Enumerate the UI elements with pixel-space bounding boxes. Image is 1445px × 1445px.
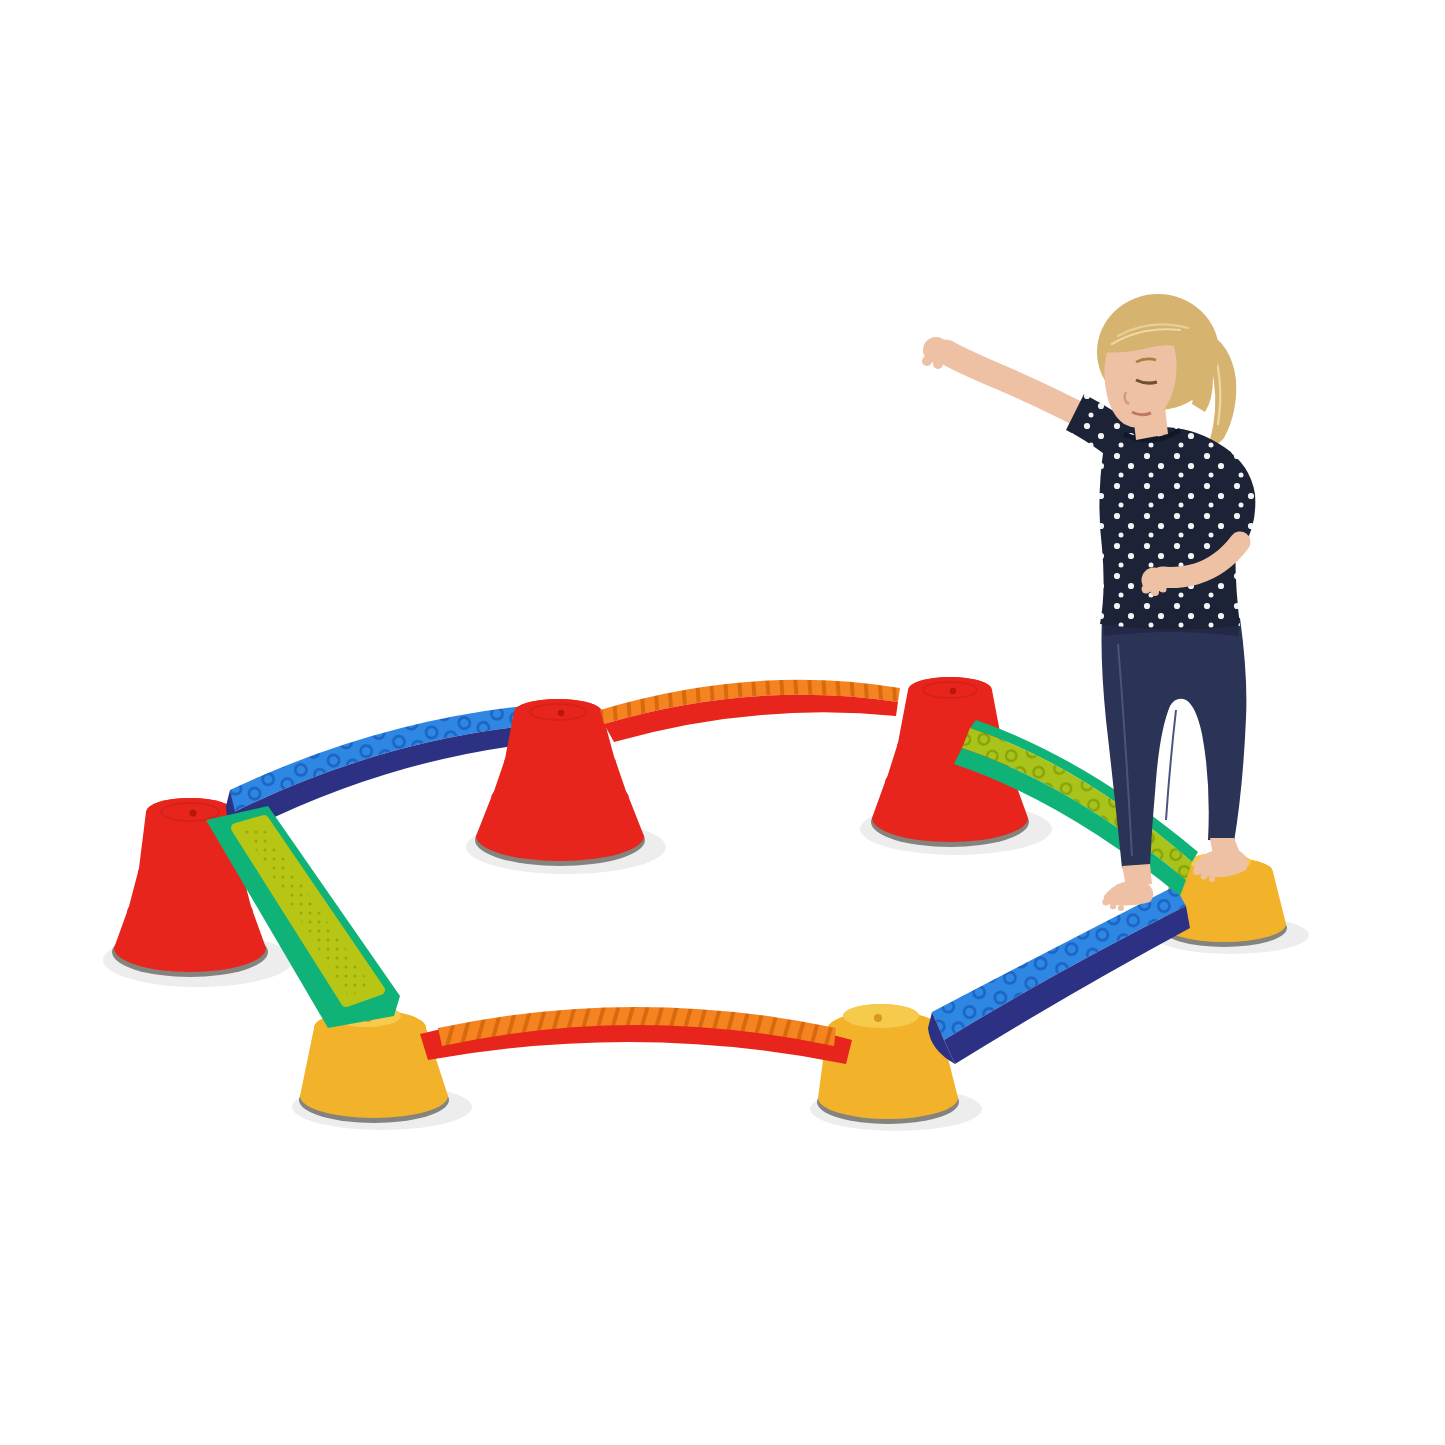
stone-center-hole xyxy=(558,710,564,716)
balance-course-photo xyxy=(0,0,1445,1445)
stone-center-hole xyxy=(950,688,956,694)
left-hand xyxy=(1142,568,1167,597)
stone-center-hole xyxy=(190,810,197,817)
stone-center-hole xyxy=(874,1014,882,1022)
product-photo-stage xyxy=(0,0,1445,1445)
